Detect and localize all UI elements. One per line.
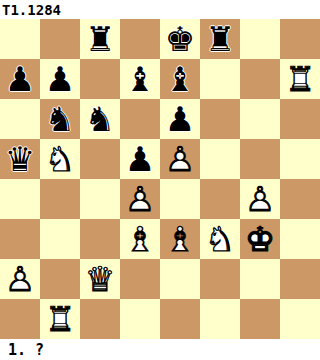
piece-outline-layer: ♙: [240, 179, 280, 219]
square-b8[interactable]: [40, 19, 80, 59]
square-h1[interactable]: [280, 299, 320, 339]
white-pawn[interactable]: ♟♙: [160, 139, 200, 179]
square-f6[interactable]: [200, 99, 240, 139]
piece-glyph: ♜: [80, 19, 120, 59]
piece-glyph: ♝: [120, 59, 160, 99]
piece-outline-layer: ♗: [120, 219, 160, 259]
piece-glyph: ♞: [80, 99, 120, 139]
black-pawn[interactable]: ♟: [160, 99, 200, 139]
square-a4[interactable]: [0, 179, 40, 219]
square-g3[interactable]: ♚♔: [240, 219, 280, 259]
square-h7[interactable]: ♜♖: [280, 59, 320, 99]
square-h3[interactable]: [280, 219, 320, 259]
square-f3[interactable]: ♞♘: [200, 219, 240, 259]
black-rook[interactable]: ♜: [200, 19, 240, 59]
square-e2[interactable]: [160, 259, 200, 299]
square-g5[interactable]: [240, 139, 280, 179]
square-g1[interactable]: [240, 299, 280, 339]
piece-outline-layer: ♔: [240, 219, 280, 259]
square-d8[interactable]: [120, 19, 160, 59]
square-f1[interactable]: [200, 299, 240, 339]
piece-outline-layer: ♙: [120, 179, 160, 219]
white-knight[interactable]: ♞♘: [200, 219, 240, 259]
square-e3[interactable]: ♝♗: [160, 219, 200, 259]
piece-outline-layer: ♕: [80, 259, 120, 299]
square-c1[interactable]: [80, 299, 120, 339]
white-bishop[interactable]: ♝♗: [120, 219, 160, 259]
square-b5[interactable]: ♞♘: [40, 139, 80, 179]
piece-outline-layer: ♙: [0, 259, 40, 299]
square-d3[interactable]: ♝♗: [120, 219, 160, 259]
square-g6[interactable]: [240, 99, 280, 139]
square-g7[interactable]: [240, 59, 280, 99]
square-a6[interactable]: [0, 99, 40, 139]
square-b2[interactable]: [40, 259, 80, 299]
square-a2[interactable]: ♟♙: [0, 259, 40, 299]
square-a8[interactable]: [0, 19, 40, 59]
piece-outline-layer: ♖: [280, 59, 320, 99]
square-c4[interactable]: [80, 179, 120, 219]
square-e4[interactable]: [160, 179, 200, 219]
square-e8[interactable]: ♚: [160, 19, 200, 59]
square-f5[interactable]: [200, 139, 240, 179]
white-queen[interactable]: ♛♕: [80, 259, 120, 299]
black-queen[interactable]: ♛: [0, 139, 40, 179]
square-b7[interactable]: ♟: [40, 59, 80, 99]
white-king[interactable]: ♚♔: [240, 219, 280, 259]
square-h2[interactable]: [280, 259, 320, 299]
black-bishop[interactable]: ♝: [120, 59, 160, 99]
square-c3[interactable]: [80, 219, 120, 259]
square-b4[interactable]: [40, 179, 80, 219]
piece-glyph: ♛: [0, 139, 40, 179]
square-f4[interactable]: [200, 179, 240, 219]
square-c6[interactable]: ♞: [80, 99, 120, 139]
square-h6[interactable]: [280, 99, 320, 139]
square-a1[interactable]: [0, 299, 40, 339]
white-pawn[interactable]: ♟♙: [120, 179, 160, 219]
move-prompt: 1. ?: [0, 339, 320, 360]
square-e1[interactable]: [160, 299, 200, 339]
square-e6[interactable]: ♟: [160, 99, 200, 139]
piece-glyph: ♟: [120, 139, 160, 179]
puzzle-title: T1.1284: [0, 0, 320, 19]
square-f8[interactable]: ♜: [200, 19, 240, 59]
square-d4[interactable]: ♟♙: [120, 179, 160, 219]
square-a7[interactable]: ♟: [0, 59, 40, 99]
piece-glyph: ♟: [160, 99, 200, 139]
square-f2[interactable]: [200, 259, 240, 299]
square-b3[interactable]: [40, 219, 80, 259]
chess-board: ♜♚♜♟♟♝♝♜♖♞♞♟♛♞♘♟♟♙♟♙♟♙♝♗♝♗♞♘♚♔♟♙♛♕♜♖: [0, 19, 320, 339]
square-d5[interactable]: ♟: [120, 139, 160, 179]
piece-outline-layer: ♙: [160, 139, 200, 179]
square-c8[interactable]: ♜: [80, 19, 120, 59]
piece-outline-layer: ♗: [160, 219, 200, 259]
square-f7[interactable]: [200, 59, 240, 99]
square-d6[interactable]: [120, 99, 160, 139]
black-bishop[interactable]: ♝: [160, 59, 200, 99]
square-c2[interactable]: ♛♕: [80, 259, 120, 299]
square-b1[interactable]: ♜♖: [40, 299, 80, 339]
white-knight[interactable]: ♞♘: [40, 139, 80, 179]
square-a5[interactable]: ♛: [0, 139, 40, 179]
piece-glyph: ♝: [160, 59, 200, 99]
black-pawn[interactable]: ♟: [0, 59, 40, 99]
chess-puzzle-window: T1.1284 ♜♚♜♟♟♝♝♜♖♞♞♟♛♞♘♟♟♙♟♙♟♙♝♗♝♗♞♘♚♔♟♙…: [0, 0, 320, 360]
white-bishop[interactable]: ♝♗: [160, 219, 200, 259]
square-h4[interactable]: [280, 179, 320, 219]
black-pawn[interactable]: ♟: [120, 139, 160, 179]
piece-glyph: ♜: [200, 19, 240, 59]
piece-glyph: ♚: [160, 19, 200, 59]
black-king[interactable]: ♚: [160, 19, 200, 59]
white-pawn[interactable]: ♟♙: [0, 259, 40, 299]
black-knight[interactable]: ♞: [80, 99, 120, 139]
square-g2[interactable]: [240, 259, 280, 299]
black-pawn[interactable]: ♟: [40, 59, 80, 99]
square-a3[interactable]: [0, 219, 40, 259]
square-e7[interactable]: ♝: [160, 59, 200, 99]
black-knight[interactable]: ♞: [40, 99, 80, 139]
square-d2[interactable]: [120, 259, 160, 299]
piece-outline-layer: ♖: [40, 299, 80, 339]
white-rook[interactable]: ♜♖: [40, 299, 80, 339]
white-pawn[interactable]: ♟♙: [240, 179, 280, 219]
square-e5[interactable]: ♟♙: [160, 139, 200, 179]
black-rook[interactable]: ♜: [80, 19, 120, 59]
piece-outline-layer: ♘: [40, 139, 80, 179]
piece-glyph: ♟: [40, 59, 80, 99]
square-g4[interactable]: ♟♙: [240, 179, 280, 219]
piece-outline-layer: ♘: [200, 219, 240, 259]
piece-glyph: ♞: [40, 99, 80, 139]
piece-glyph: ♟: [0, 59, 40, 99]
square-d7[interactable]: ♝: [120, 59, 160, 99]
square-d1[interactable]: [120, 299, 160, 339]
white-rook[interactable]: ♜♖: [280, 59, 320, 99]
square-h5[interactable]: [280, 139, 320, 179]
square-b6[interactable]: ♞: [40, 99, 80, 139]
square-h8[interactable]: [280, 19, 320, 59]
square-c7[interactable]: [80, 59, 120, 99]
square-g8[interactable]: [240, 19, 280, 59]
square-c5[interactable]: [80, 139, 120, 179]
